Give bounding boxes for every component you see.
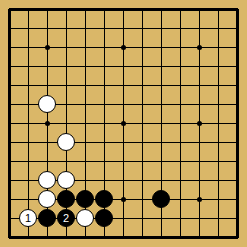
grid-line-segment xyxy=(104,142,105,152)
intersection xyxy=(171,95,190,114)
intersection xyxy=(152,0,171,19)
grid-line-segment xyxy=(28,142,38,143)
intersection xyxy=(209,57,228,76)
grid-line-segment xyxy=(104,180,105,190)
grid-line-segment xyxy=(85,85,95,86)
white-stone-move-1: 1 xyxy=(19,209,37,227)
intersection xyxy=(152,209,171,228)
grid-line-segment xyxy=(123,28,133,29)
intersection xyxy=(152,171,171,190)
intersection xyxy=(76,0,95,19)
intersection xyxy=(209,209,228,228)
grid-line-segment xyxy=(104,161,114,162)
intersection xyxy=(228,57,247,76)
grid-line-segment xyxy=(218,142,219,152)
grid-line-segment xyxy=(28,161,29,171)
grid-line-segment xyxy=(66,8,76,11)
intersection xyxy=(209,228,228,247)
intersection xyxy=(133,171,152,190)
intersection xyxy=(152,38,171,57)
intersection xyxy=(38,209,57,228)
intersection xyxy=(19,19,38,38)
intersection xyxy=(57,114,76,133)
grid-line-segment xyxy=(142,180,152,181)
grid-line-segment xyxy=(161,142,171,143)
grid-line-segment xyxy=(142,8,152,11)
intersection xyxy=(171,228,190,247)
grid-line-segment xyxy=(142,199,143,209)
grid-line-segment xyxy=(104,236,114,239)
go-board: 12 xyxy=(0,0,247,247)
grid-line-segment xyxy=(47,142,48,152)
grid-line-segment xyxy=(28,85,38,86)
grid-line-segment xyxy=(236,104,239,114)
grid-line-segment xyxy=(199,142,200,152)
grid-line-segment xyxy=(161,142,162,152)
grid-line-segment xyxy=(47,28,57,29)
grid-line-segment xyxy=(28,142,29,152)
grid-line-segment xyxy=(180,85,181,95)
grid-line-segment xyxy=(180,142,190,143)
grid-line-segment xyxy=(123,66,124,76)
black-stone xyxy=(95,209,113,227)
grid-line-segment xyxy=(236,180,239,190)
intersection xyxy=(0,133,19,152)
grid-line-segment xyxy=(142,104,143,114)
intersection xyxy=(57,19,76,38)
grid-line-segment xyxy=(85,180,95,181)
grid-line-segment xyxy=(142,47,143,57)
intersection xyxy=(38,171,57,190)
grid-line-segment xyxy=(104,180,114,181)
intersection xyxy=(209,114,228,133)
white-stone xyxy=(38,190,56,208)
intersection xyxy=(209,171,228,190)
grid-line-segment xyxy=(180,47,181,57)
intersection xyxy=(95,57,114,76)
grid-line-segment xyxy=(142,180,143,190)
intersection xyxy=(133,133,152,152)
grid-line-segment xyxy=(66,104,67,114)
star-point xyxy=(197,197,202,202)
grid-line-segment xyxy=(180,180,190,181)
grid-line-segment xyxy=(28,8,38,11)
grid-line-segment xyxy=(9,47,19,48)
grid-line-segment xyxy=(161,218,171,219)
grid-line-segment xyxy=(85,123,86,133)
grid-line-segment xyxy=(218,236,228,239)
grid-line-segment xyxy=(142,142,143,152)
grid-line-segment xyxy=(8,47,11,57)
grid-line-segment xyxy=(161,180,171,181)
grid-line-segment xyxy=(218,180,228,181)
intersection xyxy=(38,57,57,76)
grid-line-segment xyxy=(28,47,38,48)
black-stone xyxy=(76,190,94,208)
white-stone xyxy=(38,95,56,113)
grid-line-segment xyxy=(8,123,11,133)
intersection xyxy=(171,209,190,228)
grid-line-segment xyxy=(218,47,219,57)
intersection xyxy=(152,152,171,171)
intersection xyxy=(57,171,76,190)
grid-line-segment xyxy=(9,142,19,143)
intersection: 2 xyxy=(57,209,76,228)
intersection xyxy=(19,76,38,95)
grid-line-segment xyxy=(66,236,76,239)
grid-line-segment xyxy=(161,104,162,114)
grid-line-segment xyxy=(218,47,228,48)
intersection xyxy=(209,95,228,114)
intersection xyxy=(209,0,228,19)
grid-line-segment xyxy=(218,123,228,124)
intersection xyxy=(228,0,247,19)
grid-line-segment xyxy=(9,8,19,11)
grid-line-segment xyxy=(142,123,143,133)
intersection xyxy=(114,190,133,209)
grid-line-segment xyxy=(161,161,171,162)
grid-line-segment xyxy=(104,28,105,38)
intersection xyxy=(133,76,152,95)
intersection xyxy=(19,152,38,171)
grid-line-segment xyxy=(142,66,152,67)
intersection xyxy=(190,152,209,171)
intersection xyxy=(209,190,228,209)
intersection xyxy=(228,38,247,57)
intersection xyxy=(19,38,38,57)
intersection xyxy=(114,76,133,95)
intersection xyxy=(95,95,114,114)
grid-line-segment xyxy=(218,199,228,200)
intersection xyxy=(114,19,133,38)
grid-line-segment xyxy=(142,85,143,95)
go-board-diagram: 12 xyxy=(0,0,247,247)
grid-line-segment xyxy=(9,161,19,162)
grid-line-segment xyxy=(66,66,76,67)
grid-line-segment xyxy=(218,161,219,171)
grid-line-segment xyxy=(47,161,48,171)
grid-line-segment xyxy=(28,123,29,133)
intersection xyxy=(0,152,19,171)
intersection xyxy=(0,95,19,114)
grid-line-segment xyxy=(28,28,38,29)
grid-line-segment xyxy=(47,85,57,86)
grid-line-segment xyxy=(236,161,239,171)
intersection xyxy=(76,133,95,152)
grid-line-segment xyxy=(142,66,143,76)
grid-line-segment xyxy=(66,161,76,162)
grid-line-segment xyxy=(218,161,228,162)
grid-line-segment xyxy=(28,180,29,190)
grid-line-segment xyxy=(236,218,239,228)
grid-line-segment xyxy=(199,180,209,181)
grid-line-segment xyxy=(218,142,228,143)
grid-line-segment xyxy=(180,161,181,171)
grid-line-segment xyxy=(142,236,152,239)
grid-line-segment xyxy=(228,161,238,162)
intersection xyxy=(190,171,209,190)
intersection xyxy=(57,38,76,57)
grid-line-segment xyxy=(9,66,19,67)
grid-line-segment xyxy=(180,199,190,200)
grid-line-segment xyxy=(66,85,67,95)
grid-line-segment xyxy=(218,218,228,219)
grid-line-segment xyxy=(180,236,190,239)
grid-line-segment xyxy=(123,142,133,143)
intersection xyxy=(171,19,190,38)
intersection xyxy=(38,152,57,171)
grid-line-segment xyxy=(142,28,152,29)
grid-line-segment xyxy=(8,218,11,228)
grid-line-segment xyxy=(228,47,238,48)
grid-line-segment xyxy=(123,85,133,86)
grid-line-segment xyxy=(161,236,171,239)
intersection xyxy=(0,114,19,133)
grid-line-segment xyxy=(228,28,238,29)
grid-line-segment xyxy=(28,66,38,67)
intersection xyxy=(171,171,190,190)
grid-line-segment xyxy=(123,161,124,171)
grid-line-segment xyxy=(85,85,86,95)
intersection xyxy=(152,76,171,95)
intersection xyxy=(95,152,114,171)
intersection xyxy=(228,209,247,228)
intersection xyxy=(0,76,19,95)
intersection xyxy=(38,0,57,19)
grid-line-segment xyxy=(28,236,38,239)
black-stone-move-2: 2 xyxy=(57,209,75,227)
intersection xyxy=(190,76,209,95)
grid-line-segment xyxy=(180,180,181,190)
grid-line-segment xyxy=(8,85,11,95)
grid-line-segment xyxy=(228,123,238,124)
grid-line-segment xyxy=(47,236,57,239)
intersection xyxy=(114,133,133,152)
intersection xyxy=(38,38,57,57)
intersection xyxy=(114,152,133,171)
grid-line-segment xyxy=(104,85,105,95)
intersection xyxy=(0,0,19,19)
intersection xyxy=(228,228,247,247)
intersection xyxy=(57,133,76,152)
grid-line-segment xyxy=(9,123,19,124)
grid-line-segment xyxy=(161,123,171,124)
intersection xyxy=(114,0,133,19)
grid-line-segment xyxy=(142,28,143,38)
grid-line-segment xyxy=(199,161,200,171)
grid-line-segment xyxy=(104,8,114,11)
intersection xyxy=(133,57,152,76)
intersection xyxy=(95,190,114,209)
intersection xyxy=(114,114,133,133)
grid-line-segment xyxy=(8,161,11,171)
grid-line-segment xyxy=(8,199,11,209)
intersection xyxy=(76,152,95,171)
grid-line-segment xyxy=(142,85,152,86)
intersection xyxy=(133,152,152,171)
grid-line-segment xyxy=(142,161,152,162)
grid-line-segment xyxy=(180,47,190,48)
intersection xyxy=(171,152,190,171)
intersection xyxy=(95,133,114,152)
intersection xyxy=(19,0,38,19)
intersection xyxy=(152,228,171,247)
grid-line-segment xyxy=(218,66,219,76)
grid-line-segment xyxy=(142,199,152,200)
grid-line-segment xyxy=(180,104,181,114)
grid-line-segment xyxy=(123,66,133,67)
grid-line-segment xyxy=(104,104,105,114)
grid-line-segment xyxy=(28,85,29,95)
grid-line-segment xyxy=(28,199,29,209)
grid-line-segment xyxy=(9,236,19,239)
intersection xyxy=(0,57,19,76)
intersection xyxy=(171,133,190,152)
intersection xyxy=(171,38,190,57)
intersection xyxy=(171,76,190,95)
grid-line-segment xyxy=(123,236,133,239)
intersection xyxy=(19,133,38,152)
grid-line-segment xyxy=(85,8,95,11)
intersection xyxy=(190,19,209,38)
grid-line-segment xyxy=(228,104,238,105)
grid-line-segment xyxy=(66,47,67,57)
grid-line-segment xyxy=(123,104,133,105)
grid-line-segment xyxy=(9,199,19,200)
intersection xyxy=(95,228,114,247)
grid-line-segment xyxy=(123,180,124,190)
grid-line-segment xyxy=(9,28,19,29)
grid-line-segment xyxy=(236,142,239,152)
intersection xyxy=(133,114,152,133)
intersection xyxy=(152,19,171,38)
intersection xyxy=(114,57,133,76)
intersection xyxy=(76,209,95,228)
grid-line-segment xyxy=(199,66,200,76)
grid-line-segment xyxy=(47,66,57,67)
grid-line-segment xyxy=(199,142,209,143)
grid-line-segment xyxy=(142,218,152,219)
intersection xyxy=(38,19,57,38)
grid-line-segment xyxy=(66,123,76,124)
intersection xyxy=(228,152,247,171)
grid-line-segment xyxy=(180,66,190,67)
intersection xyxy=(171,0,190,19)
grid-line-segment xyxy=(218,123,219,133)
intersection xyxy=(190,38,209,57)
grid-line-segment xyxy=(47,66,48,76)
grid-line-segment xyxy=(104,85,114,86)
intersection xyxy=(95,0,114,19)
star-point xyxy=(45,45,50,50)
intersection xyxy=(38,190,57,209)
grid-line-segment xyxy=(180,218,190,219)
grid-line-segment xyxy=(218,199,219,209)
intersection xyxy=(19,171,38,190)
intersection xyxy=(190,133,209,152)
grid-line-segment xyxy=(199,104,200,114)
grid-line-segment xyxy=(85,236,95,239)
intersection xyxy=(19,190,38,209)
grid-line-segment xyxy=(9,85,19,86)
intersection xyxy=(133,38,152,57)
grid-line-segment xyxy=(199,218,200,228)
intersection xyxy=(76,57,95,76)
intersection xyxy=(76,228,95,247)
grid-line-segment xyxy=(47,161,57,162)
grid-line-segment xyxy=(104,47,114,48)
intersection xyxy=(228,133,247,152)
grid-line-segment xyxy=(9,104,19,105)
grid-line-segment xyxy=(66,28,76,29)
grid-line-segment xyxy=(161,123,162,133)
grid-line-segment xyxy=(180,123,181,133)
grid-line-segment xyxy=(236,66,239,76)
grid-line-segment xyxy=(85,142,86,152)
intersection xyxy=(114,38,133,57)
grid-line-segment xyxy=(123,142,124,152)
intersection xyxy=(95,38,114,57)
intersection xyxy=(190,0,209,19)
intersection xyxy=(0,228,19,247)
intersection xyxy=(133,95,152,114)
intersection xyxy=(95,114,114,133)
intersection xyxy=(152,190,171,209)
intersection xyxy=(57,76,76,95)
grid-line-segment xyxy=(228,218,238,219)
star-point xyxy=(197,121,202,126)
intersection xyxy=(38,228,57,247)
grid-line-segment xyxy=(199,236,209,239)
star-point xyxy=(45,121,50,126)
grid-line-segment xyxy=(218,8,228,11)
grid-line-segment xyxy=(199,28,200,38)
intersection xyxy=(19,114,38,133)
grid-line-segment xyxy=(85,47,95,48)
grid-line-segment xyxy=(104,161,105,171)
intersection xyxy=(190,190,209,209)
intersection xyxy=(190,228,209,247)
grid-line-segment xyxy=(104,142,114,143)
grid-line-segment xyxy=(161,85,171,86)
black-stone xyxy=(38,209,56,227)
intersection xyxy=(190,57,209,76)
intersection xyxy=(19,57,38,76)
grid-line-segment xyxy=(47,85,48,95)
intersection xyxy=(133,228,152,247)
intersection xyxy=(76,190,95,209)
grid-line-segment xyxy=(66,85,76,86)
grid-line-segment xyxy=(142,142,152,143)
grid-line-segment xyxy=(142,104,152,105)
intersection xyxy=(209,76,228,95)
grid-line-segment xyxy=(123,28,124,38)
grid-line-segment xyxy=(123,85,124,95)
intersection xyxy=(57,152,76,171)
intersection xyxy=(38,95,57,114)
grid-line-segment xyxy=(8,28,11,38)
grid-line-segment xyxy=(28,28,29,38)
grid-line-segment xyxy=(180,104,190,105)
grid-line-segment xyxy=(161,161,162,171)
grid-line-segment xyxy=(161,47,162,57)
grid-line-segment xyxy=(228,236,238,239)
intersection xyxy=(152,95,171,114)
grid-line-segment xyxy=(161,218,162,228)
grid-line-segment xyxy=(161,85,162,95)
grid-line-segment xyxy=(161,66,171,67)
intersection xyxy=(228,171,247,190)
